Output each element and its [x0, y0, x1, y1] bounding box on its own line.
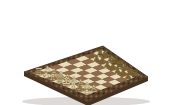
white-rook-h1: ♖	[82, 84, 91, 96]
chess-set-product-photo: ♜♟♞♟♝♟♛♟♚♟♝♙♟♞♙♖♟♜♘♙♟♗♙♕♙♔♙♗♙♘♙♖	[0, 0, 175, 105]
chess-board: ♜♟♞♟♝♟♛♟♚♟♝♙♟♞♙♖♟♜♘♙♟♗♙♕♙♔♙♗♙♘♙♖	[0, 0, 175, 105]
black-pawn-h7: ♟	[124, 71, 132, 81]
